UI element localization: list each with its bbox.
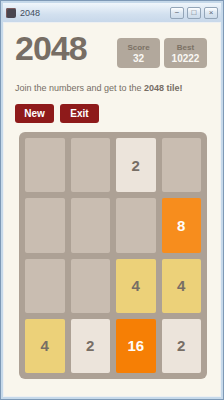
tile-4: 4 [116,259,156,313]
score-box: Score 32 [117,38,160,68]
tile-4: 4 [162,259,202,313]
tile-16: 16 [116,319,156,373]
close-icon[interactable]: × [204,7,218,19]
tile-8: 8 [162,198,202,252]
board-grid[interactable]: 284442162 [19,132,207,379]
intro-text-normal: Join the numbers and get to the [15,83,144,93]
tile-2: 2 [71,319,111,373]
minimize-icon[interactable]: − [170,7,184,19]
intro-text: Join the numbers and get to the 2048 til… [15,83,183,93]
page-title: 2048 [15,29,87,68]
game-content: 2048 Score 32 Best 10222 Join the number… [3,22,221,397]
best-label: Best [177,43,194,53]
empty-cell [71,259,111,313]
score-value: 32 [133,53,144,64]
empty-cell [25,259,65,313]
empty-cell [25,198,65,252]
app-icon [6,8,16,18]
tile-2: 2 [162,319,202,373]
best-value: 10222 [172,53,200,64]
new-game-button[interactable]: New [15,104,54,123]
window-title: 2048 [20,8,170,18]
empty-cell [25,138,65,192]
tile-2: 2 [116,138,156,192]
empty-cell [116,198,156,252]
window-titlebar: 2048 − □ × [3,3,221,22]
maximize-icon[interactable]: □ [187,7,201,19]
score-label: Score [127,43,149,53]
intro-text-bold: 2048 tile! [144,83,183,93]
tile-4: 4 [25,319,65,373]
empty-cell [71,198,111,252]
app-window: 2048 − □ × 2048 Score 32 Best 10222 Join… [0,0,224,400]
empty-cell [162,138,202,192]
exit-button[interactable]: Exit [60,104,99,123]
empty-cell [71,138,111,192]
best-box: Best 10222 [164,38,207,68]
